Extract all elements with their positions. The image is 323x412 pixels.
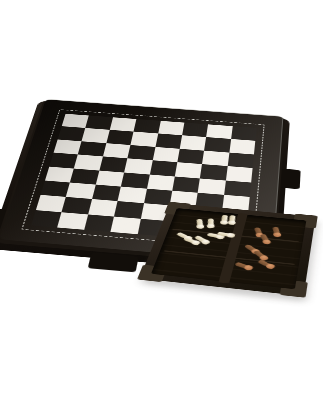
piece-storage-tray — [154, 178, 310, 314]
tray-plane — [140, 203, 316, 296]
white-piece-in-tray — [196, 219, 203, 227]
white-piece-in-tray — [229, 215, 236, 223]
square-c1 — [84, 214, 114, 232]
white-piece-in-tray — [221, 215, 228, 223]
board-foot-front — [88, 252, 139, 272]
product-photo-stage — [0, 0, 323, 412]
square-b1 — [58, 212, 88, 230]
square-d1 — [111, 216, 141, 234]
tray-recess — [151, 208, 306, 289]
tray-body — [140, 203, 316, 296]
wood-piece-in-tray — [253, 250, 267, 259]
white-piece-in-tray — [208, 218, 214, 226]
wood-piece-in-tray — [235, 262, 252, 270]
wood-piece-in-tray — [272, 227, 280, 235]
